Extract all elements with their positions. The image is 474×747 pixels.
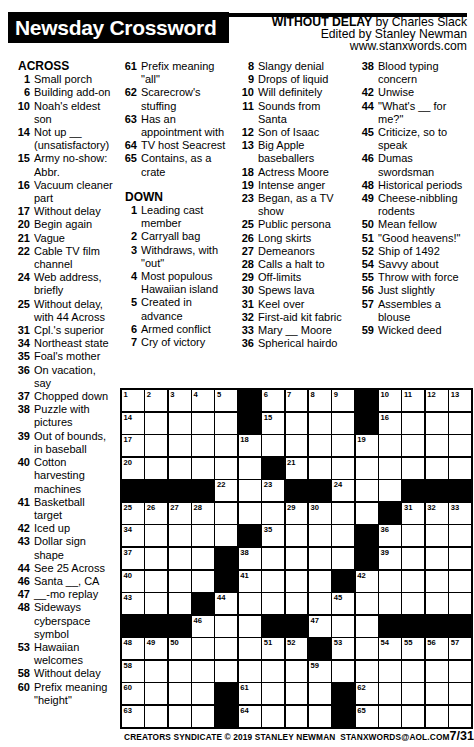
grid-cell-r10c12[interactable] bbox=[379, 593, 401, 614]
grid-cell-r5c6[interactable] bbox=[239, 480, 261, 501]
clue-number: 16 bbox=[8, 179, 30, 205]
grid-cell-r7c9[interactable] bbox=[309, 525, 331, 546]
grid-cell-r15c8[interactable] bbox=[286, 706, 308, 727]
grid-cell-r4c12[interactable] bbox=[379, 458, 401, 479]
grid-cell-r14c9[interactable] bbox=[309, 683, 331, 704]
across-clue-35: 35Foal's mother bbox=[8, 350, 114, 363]
grid-cell-r1c10[interactable]: 9 bbox=[332, 390, 354, 411]
grid-cell-r3c11[interactable]: 19 bbox=[356, 435, 378, 456]
grid-cell-r14c14[interactable] bbox=[426, 683, 448, 704]
across-clue-46: 46Santa __, CA bbox=[8, 575, 114, 588]
grid-cell-r3c14[interactable] bbox=[426, 435, 448, 456]
clue-text: Created in advance bbox=[141, 296, 236, 322]
grid-cell-r4c13[interactable] bbox=[402, 458, 424, 479]
down-clue-46: 46Dumas swordsman bbox=[352, 152, 470, 178]
grid-cell-r5c10[interactable]: 24 bbox=[332, 480, 354, 501]
grid-cell-r9c9[interactable] bbox=[309, 571, 331, 592]
grid-cell-r10c15[interactable] bbox=[449, 593, 471, 614]
grid-cell-r2c2[interactable] bbox=[145, 413, 167, 434]
down-clue-54: 54Savvy about bbox=[352, 258, 470, 271]
grid-cell-r15c2[interactable] bbox=[145, 706, 167, 727]
grid-cell-r6c9[interactable]: 30 bbox=[309, 503, 331, 524]
grid-cell-r15c12[interactable] bbox=[379, 706, 401, 727]
clue-number: 26 bbox=[232, 232, 254, 245]
cell-number-43: 43 bbox=[124, 593, 132, 602]
cell-number-12: 12 bbox=[427, 390, 435, 399]
grid-cell-r13c7[interactable] bbox=[262, 661, 284, 682]
clue-number: 17 bbox=[8, 205, 30, 218]
clue-text: Just slightly bbox=[378, 284, 470, 297]
grid-cell-r3c9[interactable] bbox=[309, 435, 331, 456]
down-clue-13: 13Big Apple baseballers bbox=[232, 139, 352, 165]
grid-cell-r6c13[interactable]: 31 bbox=[402, 503, 424, 524]
grid-cell-r9c6[interactable]: 41 bbox=[239, 571, 261, 592]
grid-cell-r8c3[interactable] bbox=[169, 548, 191, 569]
clue-text: Sideways cyberspace symbol bbox=[34, 601, 114, 641]
grid-cell-r1c14[interactable]: 12 bbox=[426, 390, 448, 411]
clue-text: Leading cast member bbox=[141, 204, 236, 230]
clue-column-2: 61Prefix meaning "all"62Scarecrow's stuf… bbox=[115, 60, 236, 349]
clue-text: Scarecrow's stuffing bbox=[141, 86, 236, 112]
grid-cell-black-r9c10 bbox=[332, 571, 354, 592]
cell-number-16: 16 bbox=[381, 413, 389, 422]
grid-cell-r9c11[interactable]: 42 bbox=[356, 571, 378, 592]
grid-cell-black-r11c7 bbox=[262, 616, 284, 637]
clue-number: 12 bbox=[232, 126, 254, 139]
grid-cell-r1c3[interactable]: 3 bbox=[169, 390, 191, 411]
grid-cell-r14c12[interactable] bbox=[379, 683, 401, 704]
grid-cell-r4c14[interactable] bbox=[426, 458, 448, 479]
across-clue-1: 1Small porch bbox=[8, 73, 114, 86]
cell-number-56: 56 bbox=[427, 638, 435, 647]
grid-cell-r11c5[interactable] bbox=[215, 616, 237, 637]
clue-text: Iced up bbox=[34, 522, 114, 535]
clue-text: Spews lava bbox=[258, 284, 352, 297]
grid-cell-black-r6c12 bbox=[379, 503, 401, 524]
grid-cell-r8c13[interactable] bbox=[402, 548, 424, 569]
clue-number: 33 bbox=[232, 324, 254, 337]
grid-cell-r13c15[interactable] bbox=[449, 661, 471, 682]
grid-cell-r2c8[interactable] bbox=[286, 413, 308, 434]
down-clue-23: 23Began, as a TV show bbox=[232, 192, 352, 218]
clue-text: Blood typing concern bbox=[378, 60, 470, 86]
grid-cell-r12c5[interactable] bbox=[215, 638, 237, 659]
cell-number-22: 22 bbox=[217, 480, 225, 489]
grid-cell-r6c3[interactable]: 27 bbox=[169, 503, 191, 524]
grid-cell-r4c3[interactable] bbox=[169, 458, 191, 479]
down-clue-18: 18Actress Moore bbox=[232, 166, 352, 179]
grid-cell-r6c1[interactable]: 25 bbox=[122, 503, 144, 524]
down-clue-42: 42Unwise bbox=[352, 86, 470, 99]
cell-number-24: 24 bbox=[334, 480, 342, 489]
cell-number-2: 2 bbox=[147, 390, 151, 399]
clue-number: 11 bbox=[232, 100, 254, 126]
grid-cell-r13c2[interactable] bbox=[145, 661, 167, 682]
grid-cell-r7c4[interactable] bbox=[192, 525, 214, 546]
clue-text: Cpl.'s superior bbox=[34, 324, 114, 337]
grid-cell-r7c8[interactable] bbox=[286, 525, 308, 546]
grid-cell-r7c12[interactable]: 36 bbox=[379, 525, 401, 546]
grid-cell-r9c13[interactable] bbox=[402, 571, 424, 592]
grid-cell-black-r2c6 bbox=[239, 413, 261, 434]
grid-cell-r15c4[interactable] bbox=[192, 706, 214, 727]
clue-number: 6 bbox=[115, 323, 137, 336]
grid-cell-r8c14[interactable] bbox=[426, 548, 448, 569]
grid-cell-r3c10[interactable] bbox=[332, 435, 354, 456]
grid-cell-r4c15[interactable] bbox=[449, 458, 471, 479]
down-clue-2: 2Carryall bag bbox=[115, 230, 236, 243]
grid-cell-r6c15[interactable]: 33 bbox=[449, 503, 471, 524]
grid-cell-r1c12[interactable]: 10 bbox=[379, 390, 401, 411]
grid-cell-r7c13[interactable] bbox=[402, 525, 424, 546]
grid-cell-r12c8[interactable]: 52 bbox=[286, 638, 308, 659]
grid-cell-r7c10[interactable] bbox=[332, 525, 354, 546]
grid-cell-r12c11[interactable] bbox=[356, 638, 378, 659]
grid-cell-r14c7[interactable] bbox=[262, 683, 284, 704]
grid-cell-r3c12[interactable] bbox=[379, 435, 401, 456]
across-clue-37: 37Chopped down bbox=[8, 390, 114, 403]
grid-cell-r6c5[interactable] bbox=[215, 503, 237, 524]
grid-cell-r6c10[interactable] bbox=[332, 503, 354, 524]
grid-cell-r2c13[interactable] bbox=[402, 413, 424, 434]
grid-cell-r5c5[interactable]: 22 bbox=[215, 480, 237, 501]
grid-cell-r14c8[interactable] bbox=[286, 683, 308, 704]
cell-number-26: 26 bbox=[147, 503, 155, 512]
clue-number: 4 bbox=[115, 270, 137, 296]
newsday-crossword-banner: Newsday Crossword bbox=[8, 12, 229, 43]
grid-cell-r10c3[interactable] bbox=[169, 593, 191, 614]
grid-cell-r14c2[interactable] bbox=[145, 683, 167, 704]
cell-number-61: 61 bbox=[240, 683, 248, 692]
grid-cell-r12c3[interactable]: 50 bbox=[169, 638, 191, 659]
grid-cell-r11c10[interactable] bbox=[332, 616, 354, 637]
grid-cell-r1c15[interactable]: 13 bbox=[449, 390, 471, 411]
clue-number: 46 bbox=[352, 152, 374, 178]
clue-text: Noah's eldest son bbox=[34, 100, 114, 126]
grid-cell-r9c14[interactable] bbox=[426, 571, 448, 592]
grid-cell-r11c11[interactable] bbox=[356, 616, 378, 637]
cell-number-53: 53 bbox=[334, 638, 342, 647]
grid-cell-r4c9[interactable] bbox=[309, 458, 331, 479]
clue-number: 13 bbox=[232, 139, 254, 165]
grid-cell-r13c13[interactable] bbox=[402, 661, 424, 682]
across-clue-58: 58Without delay bbox=[8, 667, 114, 680]
grid-cell-r1c9[interactable]: 8 bbox=[309, 390, 331, 411]
grid-cell-r2c9[interactable] bbox=[309, 413, 331, 434]
grid-cell-r6c8[interactable]: 29 bbox=[286, 503, 308, 524]
across-clue-47: 47__-mo replay bbox=[8, 588, 114, 601]
clue-text: Small porch bbox=[34, 73, 114, 86]
grid-cell-black-r7c11 bbox=[356, 525, 378, 546]
grid-cell-r15c14[interactable] bbox=[426, 706, 448, 727]
grid-cell-r6c2[interactable]: 26 bbox=[145, 503, 167, 524]
grid-cell-r10c14[interactable] bbox=[426, 593, 448, 614]
grid-cell-r6c14[interactable]: 32 bbox=[426, 503, 448, 524]
clue-number: 48 bbox=[352, 179, 374, 192]
grid-cell-r3c6[interactable]: 18 bbox=[239, 435, 261, 456]
across-clue-34: 34Northeast state bbox=[8, 337, 114, 350]
grid-cell-r12c15[interactable]: 57 bbox=[449, 638, 471, 659]
grid-cell-r2c3[interactable] bbox=[169, 413, 191, 434]
grid-cell-r6c7[interactable] bbox=[262, 503, 284, 524]
clue-number: 51 bbox=[352, 232, 374, 245]
clue-text: Puzzle with pictures bbox=[34, 403, 114, 429]
cell-number-42: 42 bbox=[357, 571, 365, 580]
grid-cell-r14c15[interactable] bbox=[449, 683, 471, 704]
grid-cell-r10c11[interactable] bbox=[356, 593, 378, 614]
grid-cell-r10c9[interactable] bbox=[309, 593, 331, 614]
grid-cell-r15c15[interactable] bbox=[449, 706, 471, 727]
grid-cell-r4c2[interactable] bbox=[145, 458, 167, 479]
clue-number: 32 bbox=[232, 311, 254, 324]
clue-number: 38 bbox=[352, 60, 374, 86]
clue-text: Will definitely bbox=[258, 86, 352, 99]
grid-cell-r6c4[interactable]: 28 bbox=[192, 503, 214, 524]
grid-cell-r1c1[interactable]: 1 bbox=[122, 390, 144, 411]
across-clue-20: 20Begin again bbox=[8, 218, 114, 231]
clue-text: Armed conflict bbox=[141, 323, 236, 336]
grid-cell-r8c1[interactable]: 37 bbox=[122, 548, 144, 569]
clue-text: Actress Moore bbox=[258, 166, 352, 179]
clue-number: 24 bbox=[8, 271, 30, 297]
grid-cell-r13c8[interactable] bbox=[286, 661, 308, 682]
grid-cell-r14c1[interactable]: 60 bbox=[122, 683, 144, 704]
clue-text: Vague bbox=[34, 232, 114, 245]
across-clue-41: 41Basketball target bbox=[8, 496, 114, 522]
grid-cell-r2c7[interactable]: 15 bbox=[262, 413, 284, 434]
grid-cell-r1c13[interactable]: 11 bbox=[402, 390, 424, 411]
across-clue-14: 14Not up __ (unsatisfactory) bbox=[8, 126, 114, 152]
grid-cell-r10c6[interactable] bbox=[239, 593, 261, 614]
grid-cell-r7c2[interactable] bbox=[145, 525, 167, 546]
grid-cell-r13c11[interactable] bbox=[356, 661, 378, 682]
grid-cell-r13c4[interactable] bbox=[192, 661, 214, 682]
grid-cell-r7c7[interactable]: 35 bbox=[262, 525, 284, 546]
grid-cell-r4c6[interactable] bbox=[239, 458, 261, 479]
grid-cell-r15c13[interactable] bbox=[402, 706, 424, 727]
across-clue-17: 17Without delay bbox=[8, 205, 114, 218]
cell-number-34: 34 bbox=[124, 525, 132, 534]
clue-number: 46 bbox=[8, 575, 30, 588]
grid-cell-r12c13[interactable]: 55 bbox=[402, 638, 424, 659]
clue-text: Big Apple baseballers bbox=[258, 139, 352, 165]
grid-cell-r15c1[interactable]: 63 bbox=[122, 706, 144, 727]
across-clue-22: 22Cable TV film channel bbox=[8, 245, 114, 271]
grid-cell-r3c2[interactable] bbox=[145, 435, 167, 456]
cell-number-50: 50 bbox=[170, 638, 178, 647]
grid-cell-r3c15[interactable] bbox=[449, 435, 471, 456]
cell-number-6: 6 bbox=[264, 390, 268, 399]
grid-cell-r10c8[interactable] bbox=[286, 593, 308, 614]
grid-cell-r8c2[interactable] bbox=[145, 548, 167, 569]
grid-cell-r7c3[interactable] bbox=[169, 525, 191, 546]
grid-cell-r1c4[interactable]: 4 bbox=[192, 390, 214, 411]
grid-cell-r12c14[interactable]: 56 bbox=[426, 638, 448, 659]
clue-number: 41 bbox=[8, 496, 30, 522]
grid-cell-r14c3[interactable] bbox=[169, 683, 191, 704]
grid-cell-r15c7[interactable] bbox=[262, 706, 284, 727]
grid-cell-r4c10[interactable] bbox=[332, 458, 354, 479]
grid-cell-r1c7[interactable]: 6 bbox=[262, 390, 284, 411]
grid-cell-r2c4[interactable] bbox=[192, 413, 214, 434]
clue-text: "What's __ for me?" bbox=[378, 100, 470, 126]
grid-cell-r8c9[interactable] bbox=[309, 548, 331, 569]
grid-cell-r13c14[interactable] bbox=[426, 661, 448, 682]
grid-cell-r13c1[interactable]: 58 bbox=[122, 661, 144, 682]
grid-cell-r3c1[interactable]: 17 bbox=[122, 435, 144, 456]
grid-cell-r12c4[interactable] bbox=[192, 638, 214, 659]
grid-cell-r10c10[interactable]: 45 bbox=[332, 593, 354, 614]
cell-number-11: 11 bbox=[404, 390, 412, 399]
grid-cell-r4c8[interactable]: 21 bbox=[286, 458, 308, 479]
grid-cell-r13c5[interactable] bbox=[215, 661, 237, 682]
clue-number: 1 bbox=[8, 73, 30, 86]
grid-cell-r9c2[interactable] bbox=[145, 571, 167, 592]
grid-cell-r3c7[interactable] bbox=[262, 435, 284, 456]
down-clue-32: 32First-aid kit fabric bbox=[232, 311, 352, 324]
grid-cell-r4c5[interactable] bbox=[215, 458, 237, 479]
grid-cell-r10c1[interactable]: 43 bbox=[122, 593, 144, 614]
across-clue-39: 39Out of bounds, in baseball bbox=[8, 430, 114, 456]
clue-number: 3 bbox=[115, 244, 137, 270]
grid-cell-r3c8[interactable] bbox=[286, 435, 308, 456]
grid-cell-r4c1[interactable]: 20 bbox=[122, 458, 144, 479]
grid-cell-r1c2[interactable]: 2 bbox=[145, 390, 167, 411]
grid-cell-r12c7[interactable]: 51 bbox=[262, 638, 284, 659]
down-heading: DOWN bbox=[125, 191, 236, 204]
grid-cell-r9c7[interactable] bbox=[262, 571, 284, 592]
grid-cell-r13c12[interactable] bbox=[379, 661, 401, 682]
clue-text: Hawaiian welcomes bbox=[34, 641, 114, 667]
grid-cell-r13c3[interactable] bbox=[169, 661, 191, 682]
grid-cell-r9c1[interactable]: 40 bbox=[122, 571, 144, 592]
grid-cell-r5c11[interactable] bbox=[356, 480, 378, 501]
grid-cell-black-r11c15 bbox=[449, 616, 471, 637]
grid-cell-r9c4[interactable] bbox=[192, 571, 214, 592]
cell-number-18: 18 bbox=[240, 435, 248, 444]
grid-cell-r1c5[interactable]: 5 bbox=[215, 390, 237, 411]
grid-cell-r15c3[interactable] bbox=[169, 706, 191, 727]
cell-number-45: 45 bbox=[334, 593, 342, 602]
grid-cell-r13c9[interactable]: 59 bbox=[309, 661, 331, 682]
clue-text: TV host Seacrest bbox=[141, 139, 236, 152]
grid-cell-black-r12c9 bbox=[309, 638, 331, 659]
grid-cell-r4c4[interactable] bbox=[192, 458, 214, 479]
clue-text: Off-limits bbox=[258, 271, 352, 284]
cell-number-7: 7 bbox=[287, 390, 291, 399]
crossword-page: Newsday Crossword WITHOUT DELAY by Charl… bbox=[0, 0, 474, 747]
cell-number-46: 46 bbox=[194, 616, 202, 625]
grid-cell-r8c15[interactable] bbox=[449, 548, 471, 569]
grid-cell-r10c2[interactable] bbox=[145, 593, 167, 614]
grid-cell-r2c10[interactable] bbox=[332, 413, 354, 434]
clue-column-4: 38Blood typing concern42Unwise44"What's … bbox=[352, 60, 470, 337]
grid-cell-r2c5[interactable] bbox=[215, 413, 237, 434]
grid-cell-r9c15[interactable] bbox=[449, 571, 471, 592]
across-clue-44: 44See 25 Across bbox=[8, 562, 114, 575]
grid-cell-r15c6[interactable]: 64 bbox=[239, 706, 261, 727]
cell-number-59: 59 bbox=[310, 661, 318, 670]
grid-cell-r7c14[interactable] bbox=[426, 525, 448, 546]
grid-cell-r8c7[interactable] bbox=[262, 548, 284, 569]
grid-cell-r12c2[interactable]: 49 bbox=[145, 638, 167, 659]
grid-cell-r2c15[interactable] bbox=[449, 413, 471, 434]
grid-cell-r8c12[interactable]: 39 bbox=[379, 548, 401, 569]
grid-cell-r13c10[interactable] bbox=[332, 661, 354, 682]
cell-number-31: 31 bbox=[404, 503, 412, 512]
clue-number: 27 bbox=[232, 245, 254, 258]
grid-cell-r7c1[interactable]: 34 bbox=[122, 525, 144, 546]
grid-cell-r6c6[interactable] bbox=[239, 503, 261, 524]
grid-cell-r8c4[interactable] bbox=[192, 548, 214, 569]
clue-text: Building add-on bbox=[34, 86, 114, 99]
grid-cell-r3c3[interactable] bbox=[169, 435, 191, 456]
grid-cell-r3c4[interactable] bbox=[192, 435, 214, 456]
grid-cell-r11c6[interactable] bbox=[239, 616, 261, 637]
grid-cell-r6c11[interactable] bbox=[356, 503, 378, 524]
cell-number-57: 57 bbox=[451, 638, 459, 647]
grid-cell-r14c11[interactable]: 62 bbox=[356, 683, 378, 704]
grid-cell-r2c14[interactable] bbox=[426, 413, 448, 434]
grid-cell-r14c6[interactable]: 61 bbox=[239, 683, 261, 704]
grid-cell-r8c8[interactable] bbox=[286, 548, 308, 569]
grid-cell-r4c11[interactable] bbox=[356, 458, 378, 479]
grid-cell-r10c7[interactable] bbox=[262, 593, 284, 614]
grid-cell-r12c12[interactable]: 54 bbox=[379, 638, 401, 659]
clue-number: 22 bbox=[8, 245, 30, 271]
grid-cell-r15c9[interactable] bbox=[309, 706, 331, 727]
down-clue-33: 33Mary __ Moore bbox=[232, 324, 352, 337]
grid-cell-r12c10[interactable]: 53 bbox=[332, 638, 354, 659]
grid-cell-r14c4[interactable] bbox=[192, 683, 214, 704]
clue-text: __-mo replay bbox=[34, 588, 114, 601]
grid-cell-r9c3[interactable] bbox=[169, 571, 191, 592]
cell-number-25: 25 bbox=[124, 503, 132, 512]
grid-cell-r1c8[interactable]: 7 bbox=[286, 390, 308, 411]
clue-number: 49 bbox=[352, 192, 374, 218]
grid-cell-r13c6[interactable] bbox=[239, 661, 261, 682]
grid-cell-r11c4[interactable]: 46 bbox=[192, 616, 214, 637]
grid-cell-r2c1[interactable]: 14 bbox=[122, 413, 144, 434]
grid-cell-r5c7[interactable]: 23 bbox=[262, 480, 284, 501]
grid-cell-r2c12[interactable]: 16 bbox=[379, 413, 401, 434]
clue-number: 50 bbox=[352, 218, 374, 231]
grid-cell-r11c9[interactable]: 47 bbox=[309, 616, 331, 637]
grid-cell-r10c5[interactable]: 44 bbox=[215, 593, 237, 614]
cell-number-10: 10 bbox=[381, 390, 389, 399]
grid-cell-r8c10[interactable] bbox=[332, 548, 354, 569]
clue-text: Keel over bbox=[258, 298, 352, 311]
grid-cell-r10c13[interactable] bbox=[402, 593, 424, 614]
grid-cell-r9c8[interactable] bbox=[286, 571, 308, 592]
grid-cell-r3c5[interactable] bbox=[215, 435, 237, 456]
grid-cell-r14c13[interactable] bbox=[402, 683, 424, 704]
grid-cell-r8c6[interactable]: 38 bbox=[239, 548, 261, 569]
grid-cell-r7c5[interactable] bbox=[215, 525, 237, 546]
cell-number-9: 9 bbox=[334, 390, 338, 399]
grid-cell-r3c13[interactable] bbox=[402, 435, 424, 456]
grid-cell-r7c15[interactable] bbox=[449, 525, 471, 546]
grid-cell-r12c1[interactable]: 48 bbox=[122, 638, 144, 659]
grid-cell-r9c12[interactable] bbox=[379, 571, 401, 592]
clue-number: 61 bbox=[115, 60, 137, 86]
clue-text: Savvy about bbox=[378, 258, 470, 271]
clue-text: Public persona bbox=[258, 218, 352, 231]
cell-number-63: 63 bbox=[124, 706, 132, 715]
grid-cell-r12c6[interactable] bbox=[239, 638, 261, 659]
grid-cell-r15c11[interactable]: 65 bbox=[356, 706, 378, 727]
grid-cell-r5c12[interactable] bbox=[379, 480, 401, 501]
